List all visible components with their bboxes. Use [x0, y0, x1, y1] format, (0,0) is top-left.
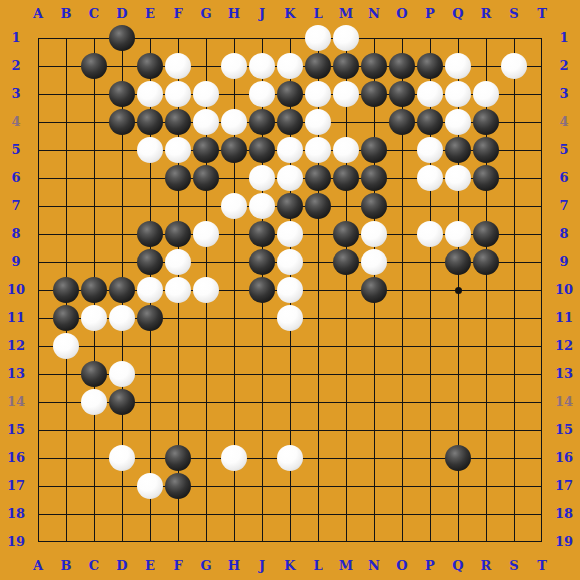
intersection-C5[interactable] [80, 136, 108, 164]
intersection-K15[interactable] [276, 416, 304, 444]
intersection-C17[interactable] [80, 472, 108, 500]
intersection-C13[interactable] [80, 360, 108, 388]
intersection-K17[interactable] [276, 472, 304, 500]
intersection-G14[interactable] [192, 388, 220, 416]
intersection-B13[interactable] [52, 360, 80, 388]
intersection-J18[interactable] [248, 500, 276, 528]
intersection-S18[interactable] [500, 500, 528, 528]
intersection-K7[interactable] [276, 192, 304, 220]
intersection-F11[interactable] [164, 304, 192, 332]
intersection-P1[interactable] [416, 24, 444, 52]
intersection-M3[interactable] [332, 80, 360, 108]
intersection-S19[interactable] [500, 528, 528, 556]
intersection-G11[interactable] [192, 304, 220, 332]
intersection-K10[interactable] [276, 276, 304, 304]
intersection-R14[interactable] [472, 388, 500, 416]
intersection-N2[interactable] [360, 52, 388, 80]
intersection-B3[interactable] [52, 80, 80, 108]
intersection-L1[interactable] [304, 24, 332, 52]
intersection-J3[interactable] [248, 80, 276, 108]
intersection-E17[interactable] [136, 472, 164, 500]
intersection-N12[interactable] [360, 332, 388, 360]
intersection-J13[interactable] [248, 360, 276, 388]
intersection-S16[interactable] [500, 444, 528, 472]
intersection-H1[interactable] [220, 24, 248, 52]
intersection-C6[interactable] [80, 164, 108, 192]
intersection-M5[interactable] [332, 136, 360, 164]
intersection-C12[interactable] [80, 332, 108, 360]
intersection-P18[interactable] [416, 500, 444, 528]
intersection-G6[interactable] [192, 164, 220, 192]
intersection-R3[interactable] [472, 80, 500, 108]
intersection-S17[interactable] [500, 472, 528, 500]
intersection-P8[interactable] [416, 220, 444, 248]
intersection-D9[interactable] [108, 248, 136, 276]
intersection-O7[interactable] [388, 192, 416, 220]
intersection-L10[interactable] [304, 276, 332, 304]
intersection-P6[interactable] [416, 164, 444, 192]
intersection-D10[interactable] [108, 276, 136, 304]
intersection-B2[interactable] [52, 52, 80, 80]
intersection-Q10[interactable] [444, 276, 472, 304]
intersection-J14[interactable] [248, 388, 276, 416]
intersection-O12[interactable] [388, 332, 416, 360]
intersection-S5[interactable] [500, 136, 528, 164]
intersection-B1[interactable] [52, 24, 80, 52]
intersection-G7[interactable] [192, 192, 220, 220]
intersection-O4[interactable] [388, 108, 416, 136]
intersection-L7[interactable] [304, 192, 332, 220]
intersection-D18[interactable] [108, 500, 136, 528]
intersection-M16[interactable] [332, 444, 360, 472]
intersection-E5[interactable] [136, 136, 164, 164]
intersection-Q12[interactable] [444, 332, 472, 360]
intersection-E19[interactable] [136, 528, 164, 556]
intersection-P19[interactable] [416, 528, 444, 556]
intersection-O19[interactable] [388, 528, 416, 556]
intersection-R11[interactable] [472, 304, 500, 332]
intersection-H6[interactable] [220, 164, 248, 192]
intersection-F12[interactable] [164, 332, 192, 360]
intersection-S9[interactable] [500, 248, 528, 276]
intersection-O11[interactable] [388, 304, 416, 332]
intersection-E4[interactable] [136, 108, 164, 136]
intersection-D1[interactable] [108, 24, 136, 52]
intersection-J1[interactable] [248, 24, 276, 52]
intersection-N17[interactable] [360, 472, 388, 500]
intersection-B5[interactable] [52, 136, 80, 164]
intersection-J10[interactable] [248, 276, 276, 304]
intersection-O15[interactable] [388, 416, 416, 444]
intersection-Q4[interactable] [444, 108, 472, 136]
intersection-E14[interactable] [136, 388, 164, 416]
intersection-R4[interactable] [472, 108, 500, 136]
intersection-N15[interactable] [360, 416, 388, 444]
intersection-B18[interactable] [52, 500, 80, 528]
intersection-P4[interactable] [416, 108, 444, 136]
intersection-Q1[interactable] [444, 24, 472, 52]
intersection-R9[interactable] [472, 248, 500, 276]
intersection-G10[interactable] [192, 276, 220, 304]
intersection-Q18[interactable] [444, 500, 472, 528]
intersection-Q2[interactable] [444, 52, 472, 80]
intersection-H12[interactable] [220, 332, 248, 360]
intersection-R2[interactable] [472, 52, 500, 80]
intersection-C16[interactable] [80, 444, 108, 472]
intersection-J17[interactable] [248, 472, 276, 500]
intersection-Q8[interactable] [444, 220, 472, 248]
intersection-K5[interactable] [276, 136, 304, 164]
intersection-P7[interactable] [416, 192, 444, 220]
intersection-G4[interactable] [192, 108, 220, 136]
intersection-E7[interactable] [136, 192, 164, 220]
intersection-M12[interactable] [332, 332, 360, 360]
intersection-P12[interactable] [416, 332, 444, 360]
intersection-B10[interactable] [52, 276, 80, 304]
intersection-C18[interactable] [80, 500, 108, 528]
intersection-N13[interactable] [360, 360, 388, 388]
intersection-S15[interactable] [500, 416, 528, 444]
intersection-O3[interactable] [388, 80, 416, 108]
intersection-F9[interactable] [164, 248, 192, 276]
intersection-J6[interactable] [248, 164, 276, 192]
intersection-L16[interactable] [304, 444, 332, 472]
intersection-C10[interactable] [80, 276, 108, 304]
intersection-C8[interactable] [80, 220, 108, 248]
intersection-J2[interactable] [248, 52, 276, 80]
intersection-S13[interactable] [500, 360, 528, 388]
intersection-R5[interactable] [472, 136, 500, 164]
intersection-F8[interactable] [164, 220, 192, 248]
intersection-M6[interactable] [332, 164, 360, 192]
intersection-M8[interactable] [332, 220, 360, 248]
intersection-B15[interactable] [52, 416, 80, 444]
intersection-B11[interactable] [52, 304, 80, 332]
intersection-P3[interactable] [416, 80, 444, 108]
intersection-L5[interactable] [304, 136, 332, 164]
intersection-G18[interactable] [192, 500, 220, 528]
intersection-S10[interactable] [500, 276, 528, 304]
intersection-S11[interactable] [500, 304, 528, 332]
intersection-H13[interactable] [220, 360, 248, 388]
intersection-E18[interactable] [136, 500, 164, 528]
intersection-O13[interactable] [388, 360, 416, 388]
intersection-O10[interactable] [388, 276, 416, 304]
intersection-F14[interactable] [164, 388, 192, 416]
intersection-F1[interactable] [164, 24, 192, 52]
intersection-O18[interactable] [388, 500, 416, 528]
intersection-P16[interactable] [416, 444, 444, 472]
intersection-B14[interactable] [52, 388, 80, 416]
intersection-H10[interactable] [220, 276, 248, 304]
intersection-H7[interactable] [220, 192, 248, 220]
intersection-Q6[interactable] [444, 164, 472, 192]
intersection-D12[interactable] [108, 332, 136, 360]
intersection-L12[interactable] [304, 332, 332, 360]
intersection-N19[interactable] [360, 528, 388, 556]
intersection-G19[interactable] [192, 528, 220, 556]
intersection-K14[interactable] [276, 388, 304, 416]
intersection-J15[interactable] [248, 416, 276, 444]
intersection-G8[interactable] [192, 220, 220, 248]
intersection-P11[interactable] [416, 304, 444, 332]
intersection-N4[interactable] [360, 108, 388, 136]
intersection-J7[interactable] [248, 192, 276, 220]
intersection-O8[interactable] [388, 220, 416, 248]
intersection-G9[interactable] [192, 248, 220, 276]
intersection-L9[interactable] [304, 248, 332, 276]
intersection-C11[interactable] [80, 304, 108, 332]
intersection-F19[interactable] [164, 528, 192, 556]
intersection-K12[interactable] [276, 332, 304, 360]
intersection-L14[interactable] [304, 388, 332, 416]
intersection-E10[interactable] [136, 276, 164, 304]
intersection-K9[interactable] [276, 248, 304, 276]
intersection-P17[interactable] [416, 472, 444, 500]
intersection-M9[interactable] [332, 248, 360, 276]
intersection-H9[interactable] [220, 248, 248, 276]
intersection-R6[interactable] [472, 164, 500, 192]
intersection-E8[interactable] [136, 220, 164, 248]
intersection-M11[interactable] [332, 304, 360, 332]
intersection-Q11[interactable] [444, 304, 472, 332]
intersection-E16[interactable] [136, 444, 164, 472]
intersection-R17[interactable] [472, 472, 500, 500]
intersection-L15[interactable] [304, 416, 332, 444]
intersection-P9[interactable] [416, 248, 444, 276]
intersection-H11[interactable] [220, 304, 248, 332]
intersection-H5[interactable] [220, 136, 248, 164]
intersection-N3[interactable] [360, 80, 388, 108]
intersection-P13[interactable] [416, 360, 444, 388]
intersection-E1[interactable] [136, 24, 164, 52]
intersection-N8[interactable] [360, 220, 388, 248]
intersection-J4[interactable] [248, 108, 276, 136]
intersection-M10[interactable] [332, 276, 360, 304]
intersection-L4[interactable] [304, 108, 332, 136]
intersection-O2[interactable] [388, 52, 416, 80]
intersection-F6[interactable] [164, 164, 192, 192]
intersection-H2[interactable] [220, 52, 248, 80]
intersection-G15[interactable] [192, 416, 220, 444]
intersection-E15[interactable] [136, 416, 164, 444]
intersection-K11[interactable] [276, 304, 304, 332]
intersection-R7[interactable] [472, 192, 500, 220]
intersection-N16[interactable] [360, 444, 388, 472]
intersection-D11[interactable] [108, 304, 136, 332]
intersection-M2[interactable] [332, 52, 360, 80]
intersection-E9[interactable] [136, 248, 164, 276]
intersection-M14[interactable] [332, 388, 360, 416]
intersection-G2[interactable] [192, 52, 220, 80]
intersection-E11[interactable] [136, 304, 164, 332]
intersection-C2[interactable] [80, 52, 108, 80]
intersection-M19[interactable] [332, 528, 360, 556]
intersection-M18[interactable] [332, 500, 360, 528]
intersection-F2[interactable] [164, 52, 192, 80]
intersection-F4[interactable] [164, 108, 192, 136]
intersection-B16[interactable] [52, 444, 80, 472]
intersection-O1[interactable] [388, 24, 416, 52]
intersection-H16[interactable] [220, 444, 248, 472]
intersection-N5[interactable] [360, 136, 388, 164]
intersection-B4[interactable] [52, 108, 80, 136]
intersection-L6[interactable] [304, 164, 332, 192]
intersection-L19[interactable] [304, 528, 332, 556]
intersection-D3[interactable] [108, 80, 136, 108]
intersection-P2[interactable] [416, 52, 444, 80]
intersection-M4[interactable] [332, 108, 360, 136]
intersection-D17[interactable] [108, 472, 136, 500]
intersection-G13[interactable] [192, 360, 220, 388]
intersection-H19[interactable] [220, 528, 248, 556]
intersection-H14[interactable] [220, 388, 248, 416]
intersection-Q14[interactable] [444, 388, 472, 416]
intersection-J8[interactable] [248, 220, 276, 248]
intersection-D7[interactable] [108, 192, 136, 220]
intersection-O16[interactable] [388, 444, 416, 472]
intersection-K16[interactable] [276, 444, 304, 472]
intersection-N6[interactable] [360, 164, 388, 192]
intersection-S4[interactable] [500, 108, 528, 136]
intersection-R13[interactable] [472, 360, 500, 388]
intersection-H4[interactable] [220, 108, 248, 136]
intersection-E2[interactable] [136, 52, 164, 80]
intersection-R1[interactable] [472, 24, 500, 52]
intersection-J5[interactable] [248, 136, 276, 164]
intersection-F16[interactable] [164, 444, 192, 472]
intersection-D5[interactable] [108, 136, 136, 164]
intersection-H3[interactable] [220, 80, 248, 108]
intersection-K13[interactable] [276, 360, 304, 388]
intersection-D8[interactable] [108, 220, 136, 248]
intersection-Q17[interactable] [444, 472, 472, 500]
intersection-L18[interactable] [304, 500, 332, 528]
intersection-F17[interactable] [164, 472, 192, 500]
intersection-S2[interactable] [500, 52, 528, 80]
intersection-K8[interactable] [276, 220, 304, 248]
intersection-B17[interactable] [52, 472, 80, 500]
intersection-K19[interactable] [276, 528, 304, 556]
intersection-F5[interactable] [164, 136, 192, 164]
intersection-H15[interactable] [220, 416, 248, 444]
intersection-C19[interactable] [80, 528, 108, 556]
intersection-P10[interactable] [416, 276, 444, 304]
intersection-O6[interactable] [388, 164, 416, 192]
intersection-D19[interactable] [108, 528, 136, 556]
intersection-S6[interactable] [500, 164, 528, 192]
intersection-Q19[interactable] [444, 528, 472, 556]
intersection-L11[interactable] [304, 304, 332, 332]
intersection-P5[interactable] [416, 136, 444, 164]
intersection-Q16[interactable] [444, 444, 472, 472]
intersection-S3[interactable] [500, 80, 528, 108]
intersection-N14[interactable] [360, 388, 388, 416]
intersection-C3[interactable] [80, 80, 108, 108]
intersection-S1[interactable] [500, 24, 528, 52]
intersection-R19[interactable] [472, 528, 500, 556]
intersection-C4[interactable] [80, 108, 108, 136]
intersection-J16[interactable] [248, 444, 276, 472]
intersection-B8[interactable] [52, 220, 80, 248]
intersection-M17[interactable] [332, 472, 360, 500]
intersection-K1[interactable] [276, 24, 304, 52]
intersection-F15[interactable] [164, 416, 192, 444]
intersection-J12[interactable] [248, 332, 276, 360]
intersection-S12[interactable] [500, 332, 528, 360]
intersection-L17[interactable] [304, 472, 332, 500]
intersection-B6[interactable] [52, 164, 80, 192]
intersection-B19[interactable] [52, 528, 80, 556]
intersection-G16[interactable] [192, 444, 220, 472]
intersection-K6[interactable] [276, 164, 304, 192]
intersection-F18[interactable] [164, 500, 192, 528]
intersection-H18[interactable] [220, 500, 248, 528]
intersection-O9[interactable] [388, 248, 416, 276]
intersection-R15[interactable] [472, 416, 500, 444]
intersection-L2[interactable] [304, 52, 332, 80]
intersection-E3[interactable] [136, 80, 164, 108]
intersection-D6[interactable] [108, 164, 136, 192]
intersection-S14[interactable] [500, 388, 528, 416]
intersection-Q3[interactable] [444, 80, 472, 108]
intersection-H8[interactable] [220, 220, 248, 248]
intersection-R12[interactable] [472, 332, 500, 360]
intersection-C9[interactable] [80, 248, 108, 276]
intersection-F10[interactable] [164, 276, 192, 304]
intersection-L3[interactable] [304, 80, 332, 108]
intersection-G1[interactable] [192, 24, 220, 52]
intersection-F3[interactable] [164, 80, 192, 108]
intersection-C1[interactable] [80, 24, 108, 52]
intersection-D16[interactable] [108, 444, 136, 472]
intersection-O17[interactable] [388, 472, 416, 500]
intersection-P15[interactable] [416, 416, 444, 444]
intersection-M7[interactable] [332, 192, 360, 220]
intersection-Q9[interactable] [444, 248, 472, 276]
intersection-S8[interactable] [500, 220, 528, 248]
intersection-E6[interactable] [136, 164, 164, 192]
intersection-C7[interactable] [80, 192, 108, 220]
intersection-K2[interactable] [276, 52, 304, 80]
intersection-Q5[interactable] [444, 136, 472, 164]
intersection-G17[interactable] [192, 472, 220, 500]
intersection-J9[interactable] [248, 248, 276, 276]
intersection-O14[interactable] [388, 388, 416, 416]
intersection-K3[interactable] [276, 80, 304, 108]
intersection-K4[interactable] [276, 108, 304, 136]
intersection-E13[interactable] [136, 360, 164, 388]
intersection-Q15[interactable] [444, 416, 472, 444]
intersection-B12[interactable] [52, 332, 80, 360]
intersection-C15[interactable] [80, 416, 108, 444]
intersection-D4[interactable] [108, 108, 136, 136]
intersection-J19[interactable] [248, 528, 276, 556]
intersection-N10[interactable] [360, 276, 388, 304]
intersection-L13[interactable] [304, 360, 332, 388]
intersection-F7[interactable] [164, 192, 192, 220]
intersection-O5[interactable] [388, 136, 416, 164]
intersection-Q7[interactable] [444, 192, 472, 220]
intersection-R16[interactable] [472, 444, 500, 472]
intersection-D15[interactable] [108, 416, 136, 444]
intersection-B9[interactable] [52, 248, 80, 276]
intersection-F13[interactable] [164, 360, 192, 388]
intersection-J11[interactable] [248, 304, 276, 332]
intersection-N1[interactable] [360, 24, 388, 52]
intersection-R18[interactable] [472, 500, 500, 528]
intersection-E12[interactable] [136, 332, 164, 360]
